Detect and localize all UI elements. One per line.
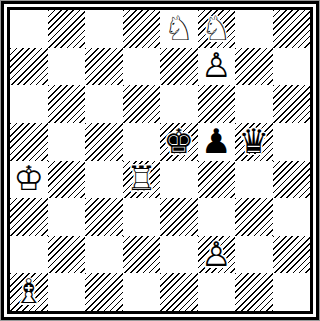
square-g2[interactable] [235, 236, 273, 274]
square-d4[interactable]: ♜♖ [123, 161, 161, 199]
square-c6[interactable] [85, 85, 123, 123]
square-a5[interactable] [10, 123, 48, 161]
square-e2[interactable] [160, 236, 198, 274]
square-e8[interactable]: ♞♘ [160, 10, 198, 48]
square-a1[interactable]: ♝♗ [10, 273, 48, 311]
white-bishop-icon: ♗ [14, 275, 44, 309]
square-e4[interactable] [160, 161, 198, 199]
square-f4[interactable] [198, 161, 236, 199]
square-f7[interactable]: ♟♙ [198, 48, 236, 86]
square-b6[interactable] [48, 85, 86, 123]
square-d2[interactable] [123, 236, 161, 274]
square-a8[interactable] [10, 10, 48, 48]
square-f6[interactable] [198, 85, 236, 123]
square-d6[interactable] [123, 85, 161, 123]
square-e1[interactable] [160, 273, 198, 311]
square-f5[interactable]: ♟♟ [198, 123, 236, 161]
piece-white-pawn-f7[interactable]: ♟♙ [198, 48, 236, 86]
white-knight-icon: ♘ [164, 11, 194, 45]
square-a3[interactable] [10, 198, 48, 236]
square-b1[interactable] [48, 273, 86, 311]
square-d8[interactable] [123, 10, 161, 48]
white-king-icon: ♔ [14, 162, 44, 196]
white-knight-icon: ♘ [201, 11, 231, 45]
black-pawn-icon: ♟ [201, 124, 231, 158]
square-h4[interactable] [273, 161, 311, 199]
square-d5[interactable] [123, 123, 161, 161]
square-a6[interactable] [10, 85, 48, 123]
black-king-icon: ♚ [164, 124, 194, 158]
piece-black-pawn-f5[interactable]: ♟♟ [198, 123, 236, 161]
piece-black-king-e5[interactable]: ♚♚ [160, 123, 198, 161]
square-e6[interactable] [160, 85, 198, 123]
square-b7[interactable] [48, 48, 86, 86]
square-a2[interactable] [10, 236, 48, 274]
square-g3[interactable] [235, 198, 273, 236]
piece-black-queen-g5[interactable]: ♛♛ [235, 123, 273, 161]
square-h6[interactable] [273, 85, 311, 123]
square-c3[interactable] [85, 198, 123, 236]
piece-white-knight-e8[interactable]: ♞♘ [160, 10, 198, 48]
square-d3[interactable] [123, 198, 161, 236]
square-h5[interactable] [273, 123, 311, 161]
square-f8[interactable]: ♞♘ [198, 10, 236, 48]
square-b8[interactable] [48, 10, 86, 48]
square-f1[interactable] [198, 273, 236, 311]
white-rook-icon: ♖ [126, 162, 156, 196]
board-outer-frame: ♞♘♞♘♟♙♚♚♟♟♛♛♚♔♜♖♟♙♝♗ [0, 0, 320, 321]
piece-white-pawn-f2[interactable]: ♟♙ [198, 236, 236, 274]
piece-white-knight-f8[interactable]: ♞♘ [198, 10, 236, 48]
square-h3[interactable] [273, 198, 311, 236]
square-c5[interactable] [85, 123, 123, 161]
piece-white-bishop-a1[interactable]: ♝♗ [10, 273, 48, 311]
square-e3[interactable] [160, 198, 198, 236]
square-e5[interactable]: ♚♚ [160, 123, 198, 161]
square-h1[interactable] [273, 273, 311, 311]
square-h2[interactable] [273, 236, 311, 274]
square-b4[interactable] [48, 161, 86, 199]
board-middle-frame: ♞♘♞♘♟♙♚♚♟♟♛♛♚♔♜♖♟♙♝♗ [1, 1, 319, 320]
square-b3[interactable] [48, 198, 86, 236]
square-d7[interactable] [123, 48, 161, 86]
square-a7[interactable] [10, 48, 48, 86]
white-pawn-icon: ♙ [201, 237, 231, 271]
square-g1[interactable] [235, 273, 273, 311]
square-c2[interactable] [85, 236, 123, 274]
square-e7[interactable] [160, 48, 198, 86]
square-h7[interactable] [273, 48, 311, 86]
piece-white-king-a4[interactable]: ♚♔ [10, 161, 48, 199]
square-c1[interactable] [85, 273, 123, 311]
square-c7[interactable] [85, 48, 123, 86]
square-h8[interactable] [273, 10, 311, 48]
square-b5[interactable] [48, 123, 86, 161]
square-c4[interactable] [85, 161, 123, 199]
square-d1[interactable] [123, 273, 161, 311]
square-b2[interactable] [48, 236, 86, 274]
square-g7[interactable] [235, 48, 273, 86]
board-inner-frame: ♞♘♞♘♟♙♚♚♟♟♛♛♚♔♜♖♟♙♝♗ [7, 7, 313, 314]
square-g8[interactable] [235, 10, 273, 48]
piece-white-rook-d4[interactable]: ♜♖ [123, 161, 161, 199]
square-g5[interactable]: ♛♛ [235, 123, 273, 161]
square-g4[interactable] [235, 161, 273, 199]
square-f2[interactable]: ♟♙ [198, 236, 236, 274]
square-f3[interactable] [198, 198, 236, 236]
square-c8[interactable] [85, 10, 123, 48]
black-queen-icon: ♛ [239, 124, 269, 158]
white-pawn-icon: ♙ [201, 49, 231, 83]
square-a4[interactable]: ♚♔ [10, 161, 48, 199]
square-g6[interactable] [235, 85, 273, 123]
chess-board: ♞♘♞♘♟♙♚♚♟♟♛♛♚♔♜♖♟♙♝♗ [10, 10, 310, 311]
